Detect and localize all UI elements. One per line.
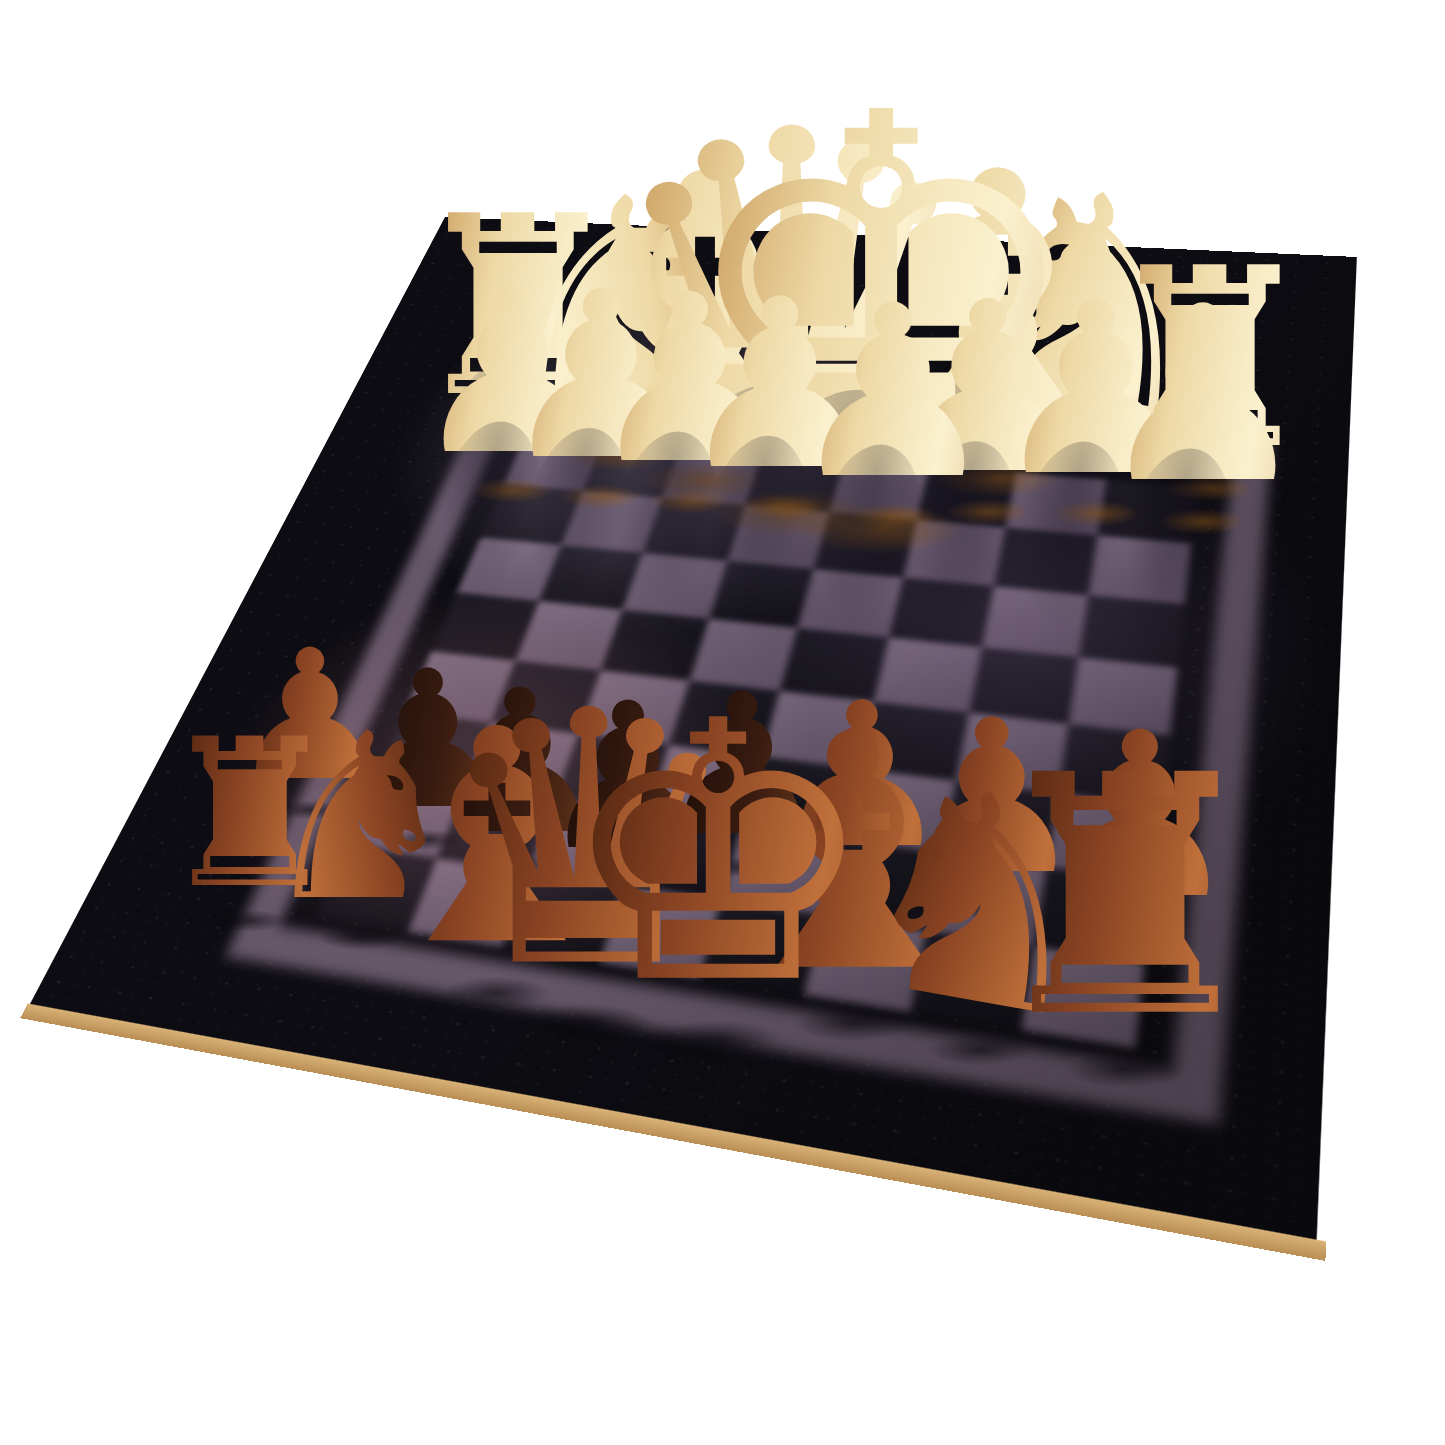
rook-glyph: ♜ — [977, 733, 1273, 1063]
piece-light-pawn-e7[interactable]: ♟ — [786, 274, 999, 512]
chess-set-photo: ♜♞♝♛♚♝♞♜♟♟♟♟♟♟♟♟♟♟♟♟♟♟♟♟♜♞♝♛♚♝♞♜ — [0, 0, 1445, 1445]
piece-light-pawn-h7[interactable]: ♟ — [1095, 274, 1312, 516]
pawn-glyph: ♟ — [786, 274, 999, 512]
piece-dark-king-e1[interactable]: ♚ — [558, 675, 879, 1033]
pawn-glyph: ♟ — [1095, 274, 1312, 516]
piece-dark-rook-h1[interactable]: ♜ — [977, 733, 1273, 1063]
pieces-layer: ♜♞♝♛♚♝♞♜♟♟♟♟♟♟♟♟♟♟♟♟♟♟♟♟♜♞♝♛♚♝♞♜ — [0, 0, 1445, 1445]
king-glyph: ♚ — [558, 675, 879, 1033]
